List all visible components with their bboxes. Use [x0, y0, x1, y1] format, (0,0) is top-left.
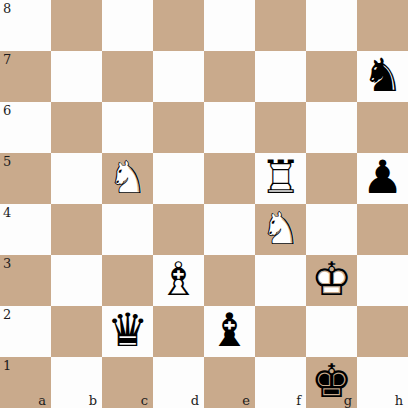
square-a6[interactable]: 6: [0, 102, 51, 153]
square-d4[interactable]: [153, 204, 204, 255]
square-d8[interactable]: [153, 0, 204, 51]
square-d2[interactable]: [153, 306, 204, 357]
square-e5[interactable]: [204, 153, 255, 204]
square-h2[interactable]: [357, 306, 408, 357]
piece-black-queen-c2[interactable]: ♛: [102, 306, 153, 357]
square-h5[interactable]: ♟: [357, 153, 408, 204]
queen-glyph-fill: ♛: [102, 306, 153, 357]
square-g5[interactable]: [306, 153, 357, 204]
square-g3[interactable]: ♚♔: [306, 255, 357, 306]
square-a1[interactable]: 1a: [0, 357, 51, 408]
square-h4[interactable]: [357, 204, 408, 255]
knight-glyph-fill: ♞: [357, 51, 408, 102]
bishop-glyph-fill: ♝: [204, 306, 255, 357]
square-b8[interactable]: [51, 0, 102, 51]
piece-white-bishop-d3[interactable]: ♝♗: [153, 255, 204, 306]
rank-label-2: 2: [3, 307, 11, 322]
file-label-e: e: [242, 393, 250, 408]
square-e4[interactable]: [204, 204, 255, 255]
square-h3[interactable]: [357, 255, 408, 306]
square-f7[interactable]: [255, 51, 306, 102]
square-e3[interactable]: [204, 255, 255, 306]
square-d3[interactable]: ♝♗: [153, 255, 204, 306]
king-glyph-fill: ♚: [306, 357, 357, 408]
square-c7[interactable]: [102, 51, 153, 102]
rank-label-5: 5: [3, 154, 11, 169]
square-a8[interactable]: 8: [0, 0, 51, 51]
square-f5[interactable]: ♜♖: [255, 153, 306, 204]
knight-glyph-outline: ♘: [102, 153, 153, 204]
piece-white-knight-f4[interactable]: ♞♘: [255, 204, 306, 255]
pawn-glyph-fill: ♟: [357, 153, 408, 204]
piece-black-pawn-h5[interactable]: ♟: [357, 153, 408, 204]
square-a3[interactable]: 3: [0, 255, 51, 306]
square-e1[interactable]: e: [204, 357, 255, 408]
square-c5[interactable]: ♞♘: [102, 153, 153, 204]
square-c3[interactable]: [102, 255, 153, 306]
square-e6[interactable]: [204, 102, 255, 153]
square-g6[interactable]: [306, 102, 357, 153]
square-b1[interactable]: b: [51, 357, 102, 408]
square-a7[interactable]: 7: [0, 51, 51, 102]
square-g7[interactable]: [306, 51, 357, 102]
square-a5[interactable]: 5: [0, 153, 51, 204]
piece-white-king-g3[interactable]: ♚♔: [306, 255, 357, 306]
square-f1[interactable]: f: [255, 357, 306, 408]
rank-label-6: 6: [3, 103, 11, 118]
rank-label-4: 4: [3, 205, 11, 220]
square-c1[interactable]: c: [102, 357, 153, 408]
square-c4[interactable]: [102, 204, 153, 255]
square-f6[interactable]: [255, 102, 306, 153]
square-h7[interactable]: ♞: [357, 51, 408, 102]
square-b3[interactable]: [51, 255, 102, 306]
square-g1[interactable]: g♚: [306, 357, 357, 408]
piece-black-king-g1[interactable]: ♚: [306, 357, 357, 408]
file-label-c: c: [141, 393, 148, 408]
square-c6[interactable]: [102, 102, 153, 153]
file-label-f: f: [296, 393, 301, 408]
square-f3[interactable]: [255, 255, 306, 306]
rook-glyph-outline: ♖: [255, 153, 306, 204]
square-h8[interactable]: [357, 0, 408, 51]
square-e7[interactable]: [204, 51, 255, 102]
square-g4[interactable]: [306, 204, 357, 255]
square-b6[interactable]: [51, 102, 102, 153]
square-g2[interactable]: [306, 306, 357, 357]
square-b7[interactable]: [51, 51, 102, 102]
square-e8[interactable]: [204, 0, 255, 51]
file-label-h: h: [395, 393, 403, 408]
square-a2[interactable]: 2: [0, 306, 51, 357]
square-d5[interactable]: [153, 153, 204, 204]
square-h1[interactable]: h: [357, 357, 408, 408]
square-e2[interactable]: ♝: [204, 306, 255, 357]
file-label-d: d: [191, 393, 199, 408]
file-label-a: a: [38, 393, 46, 408]
rank-label-7: 7: [3, 52, 11, 67]
square-f4[interactable]: ♞♘: [255, 204, 306, 255]
square-d7[interactable]: [153, 51, 204, 102]
chess-board-container: 87♞65♞♘♜♖♟4♞♘3♝♗♚♔2♛♝1abcdefg♚h: [0, 0, 408, 408]
file-label-b: b: [89, 393, 97, 408]
square-f8[interactable]: [255, 0, 306, 51]
square-d1[interactable]: d: [153, 357, 204, 408]
piece-white-rook-f5[interactable]: ♜♖: [255, 153, 306, 204]
square-c8[interactable]: [102, 0, 153, 51]
square-f2[interactable]: [255, 306, 306, 357]
rank-label-1: 1: [3, 358, 11, 373]
piece-white-knight-c5[interactable]: ♞♘: [102, 153, 153, 204]
square-g8[interactable]: [306, 0, 357, 51]
piece-black-knight-h7[interactable]: ♞: [357, 51, 408, 102]
knight-glyph-outline: ♘: [255, 204, 306, 255]
chess-board: 87♞65♞♘♜♖♟4♞♘3♝♗♚♔2♛♝1abcdefg♚h: [0, 0, 408, 408]
square-b2[interactable]: [51, 306, 102, 357]
square-b4[interactable]: [51, 204, 102, 255]
king-glyph-outline: ♔: [306, 255, 357, 306]
square-b5[interactable]: [51, 153, 102, 204]
square-c2[interactable]: ♛: [102, 306, 153, 357]
bishop-glyph-outline: ♗: [153, 255, 204, 306]
square-d6[interactable]: [153, 102, 204, 153]
rank-label-8: 8: [3, 1, 11, 16]
piece-black-bishop-e2[interactable]: ♝: [204, 306, 255, 357]
square-h6[interactable]: [357, 102, 408, 153]
square-a4[interactable]: 4: [0, 204, 51, 255]
rank-label-3: 3: [3, 256, 11, 271]
